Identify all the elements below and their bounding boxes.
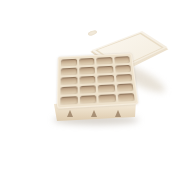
tray-cell [115, 74, 132, 82]
tray-cell [60, 96, 77, 105]
tray-cell [116, 83, 133, 91]
front-tab [67, 110, 73, 117]
tray-cell [98, 84, 115, 92]
tray-cell [97, 75, 114, 83]
tray-cell [115, 65, 132, 73]
tray-cell [117, 93, 135, 102]
tray-cell [79, 76, 96, 84]
front-tab [115, 110, 121, 117]
tray-cell [114, 56, 130, 64]
tray-cell [79, 85, 96, 93]
tray-cell [60, 86, 77, 95]
lid-emboss-mark [88, 30, 98, 37]
tray-cell [79, 67, 95, 75]
tray-cell [79, 95, 96, 104]
tray-cell [98, 94, 115, 103]
tray-cell [61, 59, 77, 67]
tray-cell [79, 58, 95, 66]
tray-cell [61, 77, 77, 85]
front-tab [91, 110, 97, 117]
tray-grid [57, 53, 139, 108]
tray-cell [61, 68, 77, 76]
product-photo [0, 0, 180, 180]
tray-cell [96, 57, 112, 65]
tray-cell [97, 66, 113, 74]
